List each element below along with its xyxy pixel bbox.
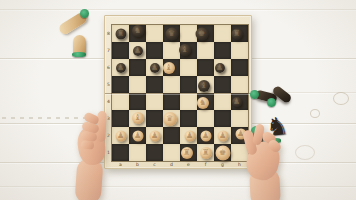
file-labels: abcdefgh xyxy=(112,161,248,168)
square-f7[interactable] xyxy=(197,42,214,59)
chess-board: 87654321 abcdefgh ♜♞♛♚♜♟♝♟♟♟♝♟♝♞♝♛♟♟♟♟♟♟… xyxy=(104,15,252,169)
white-bishop-d6[interactable]: ♝ xyxy=(163,62,175,74)
square-h6[interactable] xyxy=(231,59,248,76)
square-h3[interactable] xyxy=(231,110,248,127)
file-label-b: b xyxy=(129,161,146,168)
square-e5[interactable] xyxy=(180,76,197,93)
file-label-e: e xyxy=(180,161,197,168)
felt-base xyxy=(250,90,259,99)
rank-label-2: 2 xyxy=(105,127,112,144)
white-pawn-b2[interactable]: ♟ xyxy=(132,130,143,141)
square-g3[interactable] xyxy=(214,110,231,127)
square-f3[interactable] xyxy=(197,110,214,127)
pawn-icon: ♟ xyxy=(151,132,158,140)
black-knight-b8[interactable]: ♞ xyxy=(132,25,144,37)
rank-label-8: 8 xyxy=(105,25,112,42)
white-pawn-c2[interactable]: ♟ xyxy=(149,130,160,141)
king-icon: ♚ xyxy=(219,149,226,157)
king-icon: ♚ xyxy=(198,30,205,38)
white-knight-f4[interactable]: ♞ xyxy=(197,97,209,109)
square-c5[interactable] xyxy=(146,76,163,93)
rank-label-6: 6 xyxy=(105,59,112,76)
square-a4[interactable] xyxy=(112,93,129,110)
black-rook-a8[interactable]: ♜ xyxy=(115,28,126,39)
black-rook-h8[interactable]: ♜ xyxy=(231,28,242,39)
rook-icon: ♜ xyxy=(233,30,240,38)
queen-icon: ♛ xyxy=(168,30,175,38)
square-d5[interactable] xyxy=(163,76,180,93)
square-g5[interactable] xyxy=(214,76,231,93)
square-h5[interactable] xyxy=(231,76,248,93)
felt-base xyxy=(80,9,89,18)
square-c3[interactable] xyxy=(146,110,163,127)
black-pawn-a6[interactable]: ♟ xyxy=(116,63,126,73)
left-finger xyxy=(81,140,95,149)
square-c4[interactable] xyxy=(146,93,163,110)
square-e4[interactable] xyxy=(180,93,197,110)
pawn-icon: ♟ xyxy=(117,132,124,140)
bishop-icon: ♝ xyxy=(134,114,141,122)
square-d4[interactable] xyxy=(163,93,180,110)
square-g8[interactable] xyxy=(214,25,231,42)
bishop-icon: ♝ xyxy=(181,46,188,54)
white-king-g1[interactable]: ♚ xyxy=(215,145,230,160)
white-queen-d3[interactable]: ♛ xyxy=(163,112,177,126)
wood-knot xyxy=(333,92,349,105)
board-hinge-seam xyxy=(105,93,251,94)
rook-icon: ♜ xyxy=(202,149,209,157)
rank-label-4: 4 xyxy=(105,93,112,110)
pawn-icon: ♟ xyxy=(202,132,209,140)
file-label-f: f xyxy=(197,161,214,168)
pawn-icon: ♟ xyxy=(216,64,223,72)
square-b4[interactable] xyxy=(129,93,146,110)
square-e6[interactable] xyxy=(180,59,197,76)
pawn-icon: ♟ xyxy=(233,98,240,106)
rank-label-5: 5 xyxy=(105,76,112,93)
knight-icon: ♞ xyxy=(199,99,206,107)
square-b5[interactable] xyxy=(129,76,146,93)
felt-base xyxy=(72,52,86,57)
pawn-icon: ♟ xyxy=(219,132,226,140)
captured-white-tray xyxy=(52,8,97,60)
black-pawn-c6[interactable]: ♟ xyxy=(150,63,160,73)
square-b1[interactable] xyxy=(129,144,146,161)
white-pawn-g2[interactable]: ♟ xyxy=(217,130,228,141)
square-g7[interactable] xyxy=(214,42,231,59)
square-e3[interactable] xyxy=(180,110,197,127)
white-rook-e1[interactable]: ♜ xyxy=(181,147,193,159)
pawn-icon: ♟ xyxy=(134,47,141,55)
white-rook-f1[interactable]: ♜ xyxy=(200,147,212,159)
wood-scratch xyxy=(2,117,97,119)
square-d1[interactable] xyxy=(163,144,180,161)
square-d7[interactable] xyxy=(163,42,180,59)
pawn-icon: ♟ xyxy=(151,64,158,72)
square-c7[interactable] xyxy=(146,42,163,59)
pawn-icon: ♟ xyxy=(117,64,124,72)
white-bishop-b3[interactable]: ♝ xyxy=(132,112,144,124)
white-pawn-f2[interactable]: ♟ xyxy=(200,130,211,141)
rank-label-1: 1 xyxy=(105,144,112,161)
square-a1[interactable] xyxy=(112,144,129,161)
rook-icon: ♜ xyxy=(117,30,124,38)
square-c8[interactable] xyxy=(146,25,163,42)
black-pawn-g6[interactable]: ♟ xyxy=(215,63,225,73)
black-king-f8[interactable]: ♚ xyxy=(195,27,208,40)
bishop-icon: ♝ xyxy=(165,64,172,72)
square-b6[interactable] xyxy=(129,59,146,76)
pawn-icon: ♟ xyxy=(134,132,141,140)
plank-seam xyxy=(0,186,356,187)
rank-label-7: 7 xyxy=(105,42,112,59)
white-pawn-a2[interactable]: ♟ xyxy=(115,130,126,141)
black-queen-d8[interactable]: ♛ xyxy=(165,27,178,40)
bishop-icon: ♝ xyxy=(200,82,207,90)
file-label-a: a xyxy=(112,161,129,168)
square-h7[interactable] xyxy=(231,42,248,59)
file-label-c: c xyxy=(146,161,163,168)
square-a3[interactable] xyxy=(112,110,129,127)
square-a5[interactable] xyxy=(112,76,129,93)
square-g4[interactable] xyxy=(214,93,231,110)
square-d2[interactable] xyxy=(163,127,180,144)
pawn-icon: ♟ xyxy=(186,132,193,140)
felt-base xyxy=(267,98,276,107)
file-label-d: d xyxy=(163,161,180,168)
queen-icon: ♛ xyxy=(166,115,173,123)
wood-knot xyxy=(310,109,320,118)
white-pawn-e2[interactable]: ♟ xyxy=(184,130,195,141)
square-c1[interactable] xyxy=(146,144,163,161)
knight-icon: ♞ xyxy=(134,27,141,35)
square-a7[interactable] xyxy=(112,42,129,59)
file-label-g: g xyxy=(214,161,231,168)
square-f6[interactable] xyxy=(197,59,214,76)
rook-icon: ♜ xyxy=(183,149,190,157)
black-pawn-h4[interactable]: ♟ xyxy=(232,97,242,107)
black-bishop-f5[interactable]: ♝ xyxy=(198,80,210,92)
black-bishop-e7[interactable]: ♝ xyxy=(179,44,191,56)
black-pawn-b7[interactable]: ♟ xyxy=(133,46,143,56)
